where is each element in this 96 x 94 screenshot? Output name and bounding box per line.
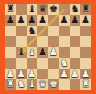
empty-e7 [48,15,59,26]
empty-b3 [16,58,27,69]
empty-b6 [16,26,27,37]
empty-d6 [37,26,48,37]
piece-white-bishop-c1[interactable]: ♝ [27,79,38,90]
empty-f5 [59,36,70,47]
piece-white-bishop-c4[interactable]: ♝ [27,47,38,58]
empty-h3 [80,58,91,69]
piece-black-king-e8[interactable]: ♚ [48,4,59,15]
empty-a4 [5,47,16,58]
piece-black-pawn-a7[interactable]: ♟ [5,15,16,26]
board-frame: ♜♝♛♚♞♜♟♟♟♟♟♟♟♞♝♝♟♟♞♟♟♟♟♟♟♜♞♝♛♚♜ [0,0,96,94]
empty-e6 [48,26,59,37]
piece-black-bishop-b4[interactable]: ♝ [16,47,27,58]
empty-f1 [59,79,70,90]
piece-white-knight-b1[interactable]: ♞ [16,79,27,90]
empty-e3 [48,58,59,69]
piece-black-pawn-f7[interactable]: ♟ [59,15,70,26]
empty-h6 [80,26,91,37]
pieces-layer: ♜♝♛♚♞♜♟♟♟♟♟♟♟♞♝♝♟♟♞♟♟♟♟♟♟♜♞♝♛♚♜ [5,4,91,90]
empty-c3 [27,58,38,69]
piece-black-pawn-b7[interactable]: ♟ [16,15,27,26]
empty-f6 [59,26,70,37]
empty-g5 [70,36,81,47]
empty-d3 [37,58,48,69]
piece-white-rook-h1[interactable]: ♜ [80,79,91,90]
empty-h5 [80,36,91,47]
piece-black-pawn-d7[interactable]: ♟ [37,15,48,26]
empty-a6 [5,26,16,37]
piece-black-pawn-h7[interactable]: ♟ [80,15,91,26]
piece-white-pawn-g2[interactable]: ♟ [70,69,81,80]
piece-black-pawn-g7[interactable]: ♟ [70,15,81,26]
empty-g6 [70,26,81,37]
piece-white-rook-a1[interactable]: ♜ [5,79,16,90]
empty-g1 [70,79,81,90]
piece-white-queen-d1[interactable]: ♛ [37,79,48,90]
empty-a3 [5,58,16,69]
empty-g3 [70,58,81,69]
piece-white-knight-f3[interactable]: ♞ [59,58,70,69]
piece-black-pawn-c7[interactable]: ♟ [27,15,38,26]
piece-white-king-e1[interactable]: ♚ [48,79,59,90]
piece-black-knight-c6[interactable]: ♞ [27,26,38,37]
piece-white-pawn-e4[interactable]: ♟ [48,47,59,58]
piece-white-pawn-f2[interactable]: ♟ [59,69,70,80]
piece-black-pawn-d4[interactable]: ♟ [37,47,48,58]
empty-g4 [70,47,81,58]
chess-board[interactable]: ♜♝♛♚♞♜♟♟♟♟♟♟♟♞♝♝♟♟♞♟♟♟♟♟♟♜♞♝♛♚♜ [5,4,91,90]
empty-a5 [5,36,16,47]
empty-h4 [80,47,91,58]
